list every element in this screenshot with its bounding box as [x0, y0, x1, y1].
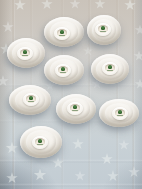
foot-recess — [57, 29, 67, 37]
foot-recess — [35, 138, 45, 146]
foot-recess — [98, 25, 108, 33]
fabric-fold-horizontal — [0, 159, 142, 163]
photo-frame — [0, 0, 142, 189]
foot-ring — [102, 62, 118, 75]
green-backstamp-mark — [29, 96, 34, 101]
foot-recess — [58, 66, 68, 74]
saucer-3 — [7, 38, 45, 68]
foot-recess — [20, 49, 30, 57]
backstamp-text-line — [59, 35, 65, 36]
foot-ring — [55, 64, 71, 77]
saucer-2 — [87, 15, 121, 45]
backstamp-text-line — [60, 72, 66, 73]
fabric-fold-horizontal — [0, 183, 142, 187]
foot-ring — [112, 107, 128, 120]
green-backstamp-mark — [61, 67, 66, 72]
saucer-5 — [91, 54, 129, 84]
backstamp-text-line — [28, 101, 34, 102]
green-backstamp-mark — [38, 139, 43, 144]
foot-recess — [105, 64, 115, 72]
green-backstamp-mark — [118, 110, 123, 115]
foot-ring — [95, 23, 111, 36]
foot-recess — [115, 109, 125, 117]
saucer-4 — [44, 55, 84, 85]
green-backstamp-mark — [60, 30, 65, 35]
saucer-6 — [9, 85, 51, 115]
green-backstamp-mark — [23, 50, 28, 55]
backstamp-text-line — [107, 70, 113, 71]
backstamp-text-line — [117, 115, 123, 116]
saucer-9 — [20, 126, 62, 158]
backstamp-text-line — [72, 110, 78, 111]
foot-ring — [32, 136, 48, 149]
foot-ring — [17, 47, 33, 60]
backstamp-text-line — [22, 55, 28, 56]
foot-recess — [26, 95, 36, 103]
foot-recess — [70, 104, 80, 112]
foot-ring — [23, 93, 39, 106]
foot-ring — [67, 102, 83, 115]
foot-ring — [54, 27, 70, 40]
green-backstamp-mark — [73, 105, 78, 110]
saucer-1 — [44, 17, 84, 47]
saucer-7 — [56, 94, 96, 124]
backstamp-text-line — [100, 31, 106, 32]
backstamp-text-line — [37, 144, 43, 145]
green-backstamp-mark — [101, 26, 106, 31]
saucer-8 — [99, 99, 139, 127]
green-backstamp-mark — [108, 65, 113, 70]
